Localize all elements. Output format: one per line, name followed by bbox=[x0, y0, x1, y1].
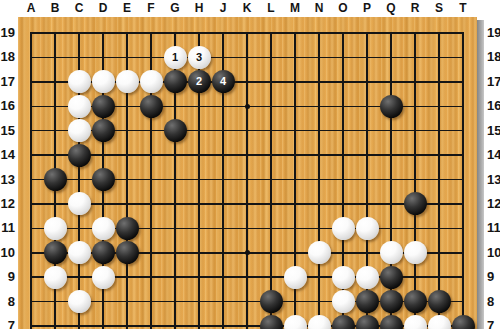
stone-white-C17 bbox=[68, 70, 91, 93]
stone-black-R8 bbox=[404, 290, 427, 313]
stone-black-S8 bbox=[428, 290, 451, 313]
row-label-left-19: 19 bbox=[0, 25, 15, 41]
stone-black-C14 bbox=[68, 144, 91, 167]
col-label-K: K bbox=[238, 1, 256, 16]
col-label-M: M bbox=[286, 1, 304, 16]
row-label-left-15: 15 bbox=[0, 123, 15, 139]
row-label-left-13: 13 bbox=[0, 172, 15, 188]
stone-black-J17: 4 bbox=[212, 70, 235, 93]
row-label-left-10: 10 bbox=[0, 245, 15, 261]
stone-black-D15 bbox=[92, 119, 115, 142]
stone-black-L8 bbox=[260, 290, 283, 313]
stone-black-H17: 2 bbox=[188, 70, 211, 93]
grid-vline-A bbox=[30, 32, 32, 329]
stone-black-G17 bbox=[164, 70, 187, 93]
stone-white-D11 bbox=[92, 217, 115, 240]
stone-white-M9 bbox=[284, 266, 307, 289]
stone-white-C8 bbox=[68, 290, 91, 313]
row-label-left-16: 16 bbox=[0, 98, 15, 114]
stone-white-N10 bbox=[308, 241, 331, 264]
col-label-R: R bbox=[406, 1, 424, 16]
stone-black-F16 bbox=[140, 95, 163, 118]
row-label-left-8: 8 bbox=[0, 294, 15, 310]
stone-white-F17 bbox=[140, 70, 163, 93]
move-number-label: 4 bbox=[220, 76, 226, 87]
stone-black-Q8 bbox=[380, 290, 403, 313]
grid-vline-R bbox=[414, 32, 416, 329]
row-label-right-9: 9 bbox=[487, 269, 500, 285]
row-label-left-7: 7 bbox=[0, 318, 15, 329]
col-label-C: C bbox=[70, 1, 88, 16]
col-label-A: A bbox=[22, 1, 40, 16]
col-label-D: D bbox=[94, 1, 112, 16]
row-label-left-12: 12 bbox=[0, 196, 15, 212]
grid-vline-L bbox=[270, 32, 272, 329]
board-edge-shadow bbox=[477, 20, 484, 329]
stone-black-E10 bbox=[116, 241, 139, 264]
grid-hline-19 bbox=[30, 32, 464, 34]
col-label-F: F bbox=[142, 1, 160, 16]
stone-black-D13 bbox=[92, 168, 115, 191]
stone-black-Q9 bbox=[380, 266, 403, 289]
col-label-H: H bbox=[190, 1, 208, 16]
star-point-K16 bbox=[245, 104, 250, 109]
row-label-right-7: 7 bbox=[487, 318, 500, 329]
row-label-right-19: 19 bbox=[487, 25, 500, 41]
grid-vline-T bbox=[462, 32, 464, 329]
col-label-N: N bbox=[310, 1, 328, 16]
stone-white-H18: 3 bbox=[188, 46, 211, 69]
row-label-left-14: 14 bbox=[0, 147, 15, 163]
stone-black-R12 bbox=[404, 192, 427, 215]
col-label-L: L bbox=[262, 1, 280, 16]
stone-white-O9 bbox=[332, 266, 355, 289]
grid-vline-N bbox=[318, 32, 320, 329]
row-label-right-8: 8 bbox=[487, 294, 500, 310]
row-label-right-11: 11 bbox=[487, 220, 500, 236]
col-label-S: S bbox=[430, 1, 448, 16]
move-number-label: 2 bbox=[196, 76, 202, 87]
stone-white-D9 bbox=[92, 266, 115, 289]
col-label-P: P bbox=[358, 1, 376, 16]
move-number-label: 3 bbox=[196, 52, 202, 63]
row-label-right-18: 18 bbox=[487, 49, 500, 65]
move-number-label: 1 bbox=[172, 52, 178, 63]
stone-white-C15 bbox=[68, 119, 91, 142]
grid-hline-12 bbox=[30, 203, 464, 205]
stone-white-C10 bbox=[68, 241, 91, 264]
star-point-K10 bbox=[245, 250, 250, 255]
stone-black-Q16 bbox=[380, 95, 403, 118]
row-label-right-10: 10 bbox=[487, 245, 500, 261]
row-label-right-15: 15 bbox=[487, 123, 500, 139]
stone-white-O8 bbox=[332, 290, 355, 313]
stone-white-P11 bbox=[356, 217, 379, 240]
row-label-right-14: 14 bbox=[487, 147, 500, 163]
stone-white-C12 bbox=[68, 192, 91, 215]
stone-white-C16 bbox=[68, 95, 91, 118]
row-label-left-18: 18 bbox=[0, 49, 15, 65]
stone-white-P9 bbox=[356, 266, 379, 289]
grid-hline-18 bbox=[30, 57, 464, 59]
stone-white-R10 bbox=[404, 241, 427, 264]
grid-vline-S bbox=[438, 32, 440, 329]
stone-white-B11 bbox=[44, 217, 67, 240]
row-label-right-12: 12 bbox=[487, 196, 500, 212]
stone-black-B13 bbox=[44, 168, 67, 191]
col-label-Q: Q bbox=[382, 1, 400, 16]
col-label-O: O bbox=[334, 1, 352, 16]
row-label-right-17: 17 bbox=[487, 74, 500, 90]
col-label-T: T bbox=[454, 1, 472, 16]
col-label-G: G bbox=[166, 1, 184, 16]
stone-white-G18: 1 bbox=[164, 46, 187, 69]
row-label-right-16: 16 bbox=[487, 98, 500, 114]
grid-hline-14 bbox=[30, 154, 464, 156]
col-label-B: B bbox=[46, 1, 64, 16]
stone-black-D16 bbox=[92, 95, 115, 118]
stone-black-D10 bbox=[92, 241, 115, 264]
stone-white-D17 bbox=[92, 70, 115, 93]
stone-white-E17 bbox=[116, 70, 139, 93]
col-label-J: J bbox=[214, 1, 232, 16]
stone-black-B10 bbox=[44, 241, 67, 264]
stone-white-O11 bbox=[332, 217, 355, 240]
row-label-right-13: 13 bbox=[487, 172, 500, 188]
col-label-E: E bbox=[118, 1, 136, 16]
stone-black-E11 bbox=[116, 217, 139, 240]
stone-black-P8 bbox=[356, 290, 379, 313]
stone-white-Q10 bbox=[380, 241, 403, 264]
grid-vline-K bbox=[246, 32, 248, 329]
stone-black-G15 bbox=[164, 119, 187, 142]
stone-white-B9 bbox=[44, 266, 67, 289]
row-label-left-9: 9 bbox=[0, 269, 15, 285]
row-label-left-17: 17 bbox=[0, 74, 15, 90]
row-label-left-11: 11 bbox=[0, 220, 15, 236]
